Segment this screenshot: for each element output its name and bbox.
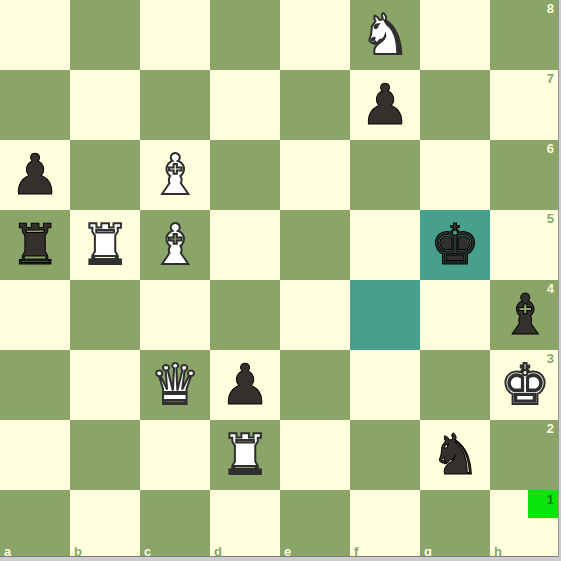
square-g7[interactable] [420,70,490,140]
square-e2[interactable] [280,420,350,490]
square-a7[interactable] [0,70,70,140]
square-g5[interactable]: ♚ [420,210,490,280]
rank-label-2: 2 [547,422,554,435]
square-a5[interactable]: ♜ [0,210,70,280]
rank-label-7: 7 [547,72,554,85]
square-e3[interactable] [280,350,350,420]
square-d7[interactable] [210,70,280,140]
square-a4[interactable] [0,280,70,350]
square-c7[interactable] [140,70,210,140]
square-b7[interactable] [70,70,140,140]
square-a3[interactable] [0,350,70,420]
file-label-c: c [144,545,151,557]
square-b1[interactable]: b [70,490,140,557]
piece-white-queen-c3[interactable]: ♛ [140,350,210,420]
square-b8[interactable] [70,0,140,70]
piece-white-rook-d2[interactable]: ♜ [210,420,280,490]
square-g1[interactable]: g [420,490,490,557]
square-h5[interactable]: 5 [490,210,559,280]
square-g4[interactable] [420,280,490,350]
square-d5[interactable] [210,210,280,280]
file-label-h: h [494,545,502,557]
piece-white-bishop-c5[interactable]: ♝ [140,210,210,280]
square-f8[interactable]: ♞ [350,0,420,70]
square-b6[interactable] [70,140,140,210]
rank-label-1: 1 [547,493,554,506]
square-c6[interactable]: ♝ [140,140,210,210]
file-label-b: b [74,545,82,557]
square-f2[interactable] [350,420,420,490]
piece-black-bishop-h4[interactable]: ♝ [490,280,559,350]
square-h8[interactable]: 8 [490,0,559,70]
square-h3[interactable]: 3♚ [490,350,559,420]
piece-black-pawn-a6[interactable]: ♟ [0,140,70,210]
square-g3[interactable] [420,350,490,420]
square-g2[interactable]: ♞ [420,420,490,490]
square-d8[interactable] [210,0,280,70]
chess-board[interactable]: ♞8♟7♟♝6♜♜♝♚54♝♛♟3♚♜♞2abcdefg1h [0,0,559,557]
piece-black-pawn-f7[interactable]: ♟ [350,70,420,140]
square-e5[interactable] [280,210,350,280]
square-h6[interactable]: 6 [490,140,559,210]
square-d3[interactable]: ♟ [210,350,280,420]
rank-label-8: 8 [547,2,554,15]
square-c1[interactable]: c [140,490,210,557]
square-e6[interactable] [280,140,350,210]
square-b4[interactable] [70,280,140,350]
square-c4[interactable] [140,280,210,350]
square-c5[interactable]: ♝ [140,210,210,280]
file-label-g: g [424,545,432,557]
square-c8[interactable] [140,0,210,70]
square-b5[interactable]: ♜ [70,210,140,280]
square-h2[interactable]: 2 [490,420,559,490]
square-f5[interactable] [350,210,420,280]
rank-label-5: 5 [547,212,554,225]
square-h7[interactable]: 7 [490,70,559,140]
piece-black-knight-g2[interactable]: ♞ [420,420,490,490]
file-label-d: d [214,545,222,557]
rank-label-6: 6 [547,142,554,155]
file-label-f: f [354,545,358,557]
piece-black-pawn-d3[interactable]: ♟ [210,350,280,420]
square-f1[interactable]: f [350,490,420,557]
square-e4[interactable] [280,280,350,350]
square-h4[interactable]: 4♝ [490,280,559,350]
square-a2[interactable] [0,420,70,490]
square-e8[interactable] [280,0,350,70]
file-label-e: e [284,545,291,557]
square-f6[interactable] [350,140,420,210]
piece-black-king-g5[interactable]: ♚ [420,210,490,280]
square-b3[interactable] [70,350,140,420]
square-d1[interactable]: d [210,490,280,557]
square-d2[interactable]: ♜ [210,420,280,490]
square-f4[interactable] [350,280,420,350]
square-h1[interactable]: 1h [490,490,559,557]
square-a8[interactable] [0,0,70,70]
square-c3[interactable]: ♛ [140,350,210,420]
square-c2[interactable] [140,420,210,490]
file-label-a: a [4,545,11,557]
piece-white-rook-b5[interactable]: ♜ [70,210,140,280]
green-indicator: 1 [528,490,559,518]
square-g8[interactable] [420,0,490,70]
square-f3[interactable] [350,350,420,420]
square-d6[interactable] [210,140,280,210]
square-d4[interactable] [210,280,280,350]
piece-white-bishop-c6[interactable]: ♝ [140,140,210,210]
square-e7[interactable] [280,70,350,140]
square-g6[interactable] [420,140,490,210]
piece-white-king-h3[interactable]: ♚ [490,350,559,420]
square-f7[interactable]: ♟ [350,70,420,140]
piece-white-knight-f8[interactable]: ♞ [350,0,420,70]
square-b2[interactable] [70,420,140,490]
square-a1[interactable]: a [0,490,70,557]
piece-black-rook-a5[interactable]: ♜ [0,210,70,280]
square-a6[interactable]: ♟ [0,140,70,210]
square-e1[interactable]: e [280,490,350,557]
